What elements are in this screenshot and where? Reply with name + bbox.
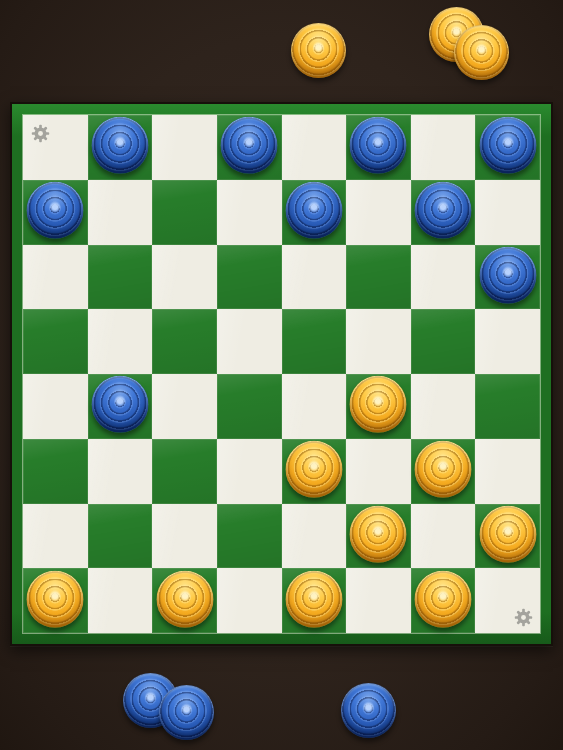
- square-a5[interactable]: [23, 309, 88, 374]
- yellow-piece[interactable]: [285, 570, 342, 627]
- square-a3[interactable]: [23, 439, 88, 504]
- square-g4: [411, 374, 476, 439]
- yellow-piece[interactable]: [479, 506, 536, 563]
- square-h6[interactable]: [475, 245, 540, 310]
- square-f8[interactable]: [346, 115, 411, 180]
- settings-gear-icon[interactable]: [514, 608, 533, 627]
- captured-blue-piece: [341, 683, 396, 738]
- square-g6: [411, 245, 476, 310]
- square-d7: [217, 180, 282, 245]
- square-a2: [23, 504, 88, 569]
- square-g3[interactable]: [411, 439, 476, 504]
- square-d5: [217, 309, 282, 374]
- square-b5: [88, 309, 153, 374]
- square-c3[interactable]: [152, 439, 217, 504]
- square-g7[interactable]: [411, 180, 476, 245]
- yellow-piece[interactable]: [350, 506, 407, 563]
- yellow-piece[interactable]: [285, 441, 342, 498]
- square-g5[interactable]: [411, 309, 476, 374]
- square-d2[interactable]: [217, 504, 282, 569]
- square-d1: [217, 568, 282, 633]
- square-b7: [88, 180, 153, 245]
- square-b2[interactable]: [88, 504, 153, 569]
- settings-gear-icon[interactable]: [31, 124, 50, 143]
- square-a7[interactable]: [23, 180, 88, 245]
- checkers-board: [10, 102, 553, 646]
- square-b1: [88, 568, 153, 633]
- square-c2: [152, 504, 217, 569]
- square-e3[interactable]: [282, 439, 347, 504]
- blue-piece[interactable]: [415, 182, 472, 239]
- square-b8[interactable]: [88, 115, 153, 180]
- yellow-piece[interactable]: [27, 570, 84, 627]
- square-f1: [346, 568, 411, 633]
- yellow-piece[interactable]: [350, 376, 407, 433]
- square-h7: [475, 180, 540, 245]
- board-squares: [23, 115, 540, 633]
- square-f5: [346, 309, 411, 374]
- square-h4[interactable]: [475, 374, 540, 439]
- square-b6[interactable]: [88, 245, 153, 310]
- square-h8[interactable]: [475, 115, 540, 180]
- blue-piece[interactable]: [91, 117, 148, 174]
- blue-piece[interactable]: [221, 117, 278, 174]
- square-h3: [475, 439, 540, 504]
- square-e1[interactable]: [282, 568, 347, 633]
- square-c6: [152, 245, 217, 310]
- square-d3: [217, 439, 282, 504]
- square-d8[interactable]: [217, 115, 282, 180]
- captured-yellow-piece: [291, 23, 346, 78]
- captured-blue-piece: [159, 685, 214, 740]
- square-c5[interactable]: [152, 309, 217, 374]
- square-f2[interactable]: [346, 504, 411, 569]
- captured-yellow-piece: [454, 25, 509, 80]
- blue-piece[interactable]: [479, 117, 536, 174]
- square-e5[interactable]: [282, 309, 347, 374]
- square-f3: [346, 439, 411, 504]
- square-f6[interactable]: [346, 245, 411, 310]
- square-a1[interactable]: [23, 568, 88, 633]
- blue-piece[interactable]: [91, 376, 148, 433]
- square-a6: [23, 245, 88, 310]
- square-d6[interactable]: [217, 245, 282, 310]
- square-e6: [282, 245, 347, 310]
- square-c1[interactable]: [152, 568, 217, 633]
- square-f4[interactable]: [346, 374, 411, 439]
- square-g2: [411, 504, 476, 569]
- square-b3: [88, 439, 153, 504]
- square-c8: [152, 115, 217, 180]
- square-a4: [23, 374, 88, 439]
- square-e2: [282, 504, 347, 569]
- yellow-piece[interactable]: [415, 570, 472, 627]
- blue-piece[interactable]: [285, 182, 342, 239]
- square-h2[interactable]: [475, 504, 540, 569]
- square-h5: [475, 309, 540, 374]
- square-e4: [282, 374, 347, 439]
- blue-piece[interactable]: [479, 247, 536, 304]
- square-f7: [346, 180, 411, 245]
- square-c4: [152, 374, 217, 439]
- blue-piece[interactable]: [350, 117, 407, 174]
- square-e7[interactable]: [282, 180, 347, 245]
- blue-piece[interactable]: [27, 182, 84, 239]
- square-c7[interactable]: [152, 180, 217, 245]
- square-b4[interactable]: [88, 374, 153, 439]
- yellow-piece[interactable]: [415, 441, 472, 498]
- game-table: [0, 0, 563, 750]
- square-d4[interactable]: [217, 374, 282, 439]
- yellow-piece[interactable]: [156, 570, 213, 627]
- square-g8: [411, 115, 476, 180]
- square-g1[interactable]: [411, 568, 476, 633]
- square-e8: [282, 115, 347, 180]
